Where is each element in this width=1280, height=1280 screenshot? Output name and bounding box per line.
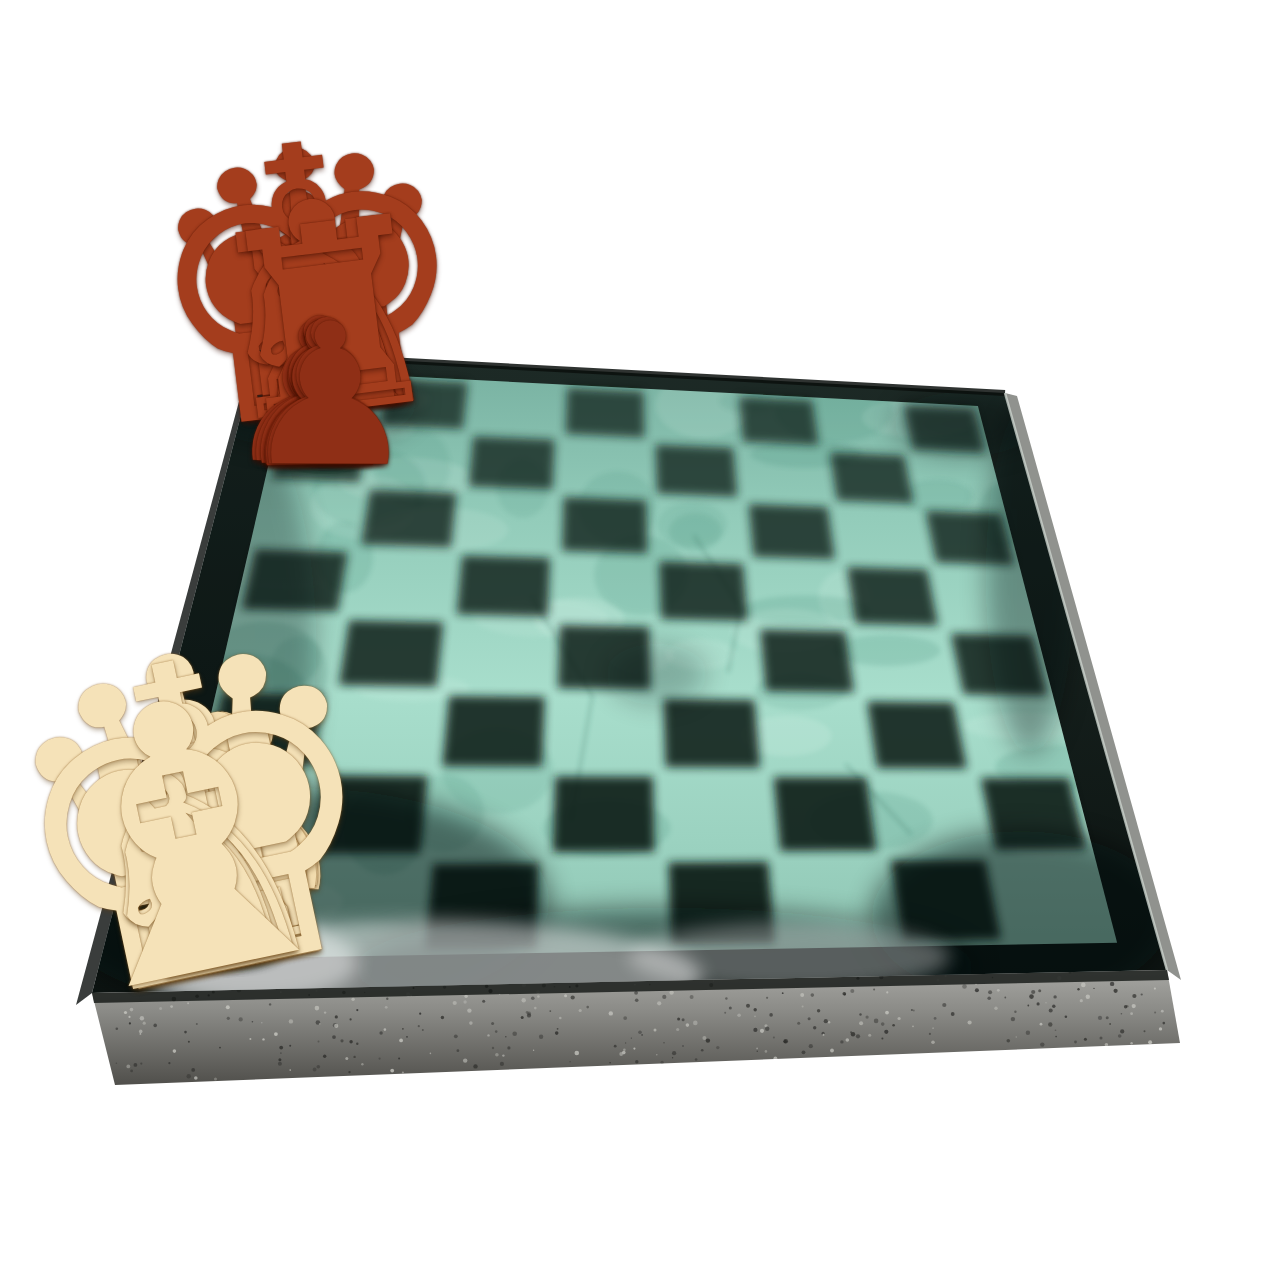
piece-red-pawn-a7[interactable]: ♟ bbox=[242, 297, 418, 494]
chess-scene: ♝♛♚♜♞♝♞♜♟♟♟♟♟♟♟♟♟♟♟♟♟♟♟♟♝♛♜♜♚♞♞♝ bbox=[0, 0, 1280, 1280]
pieces-layer: ♝♛♚♜♞♝♞♜♟♟♟♟♟♟♟♟♟♟♟♟♟♟♟♟♝♛♜♜♚♞♞♝ bbox=[0, 0, 1280, 1280]
